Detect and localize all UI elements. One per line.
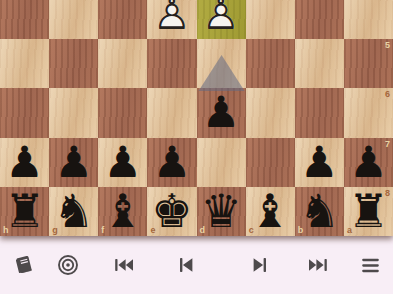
square-d5[interactable]: [197, 39, 246, 88]
square-e4[interactable]: ♟♙: [147, 0, 196, 39]
square-c7[interactable]: [246, 138, 295, 187]
square-e5[interactable]: [147, 39, 196, 88]
step-back-button[interactable]: [166, 243, 206, 287]
square-g7[interactable]: ♟: [49, 138, 98, 187]
square-a4[interactable]: 4: [344, 0, 393, 39]
square-h5[interactable]: [0, 39, 49, 88]
rank-label-4: 4: [385, 0, 390, 1]
square-a8[interactable]: 8a♜: [344, 187, 393, 236]
skip-to-start-icon: [112, 253, 136, 277]
square-g5[interactable]: [49, 39, 98, 88]
black-bishop[interactable]: ♝: [98, 187, 147, 236]
square-f7[interactable]: ♟: [98, 138, 147, 187]
opening-book-button[interactable]: [4, 243, 44, 287]
square-h6[interactable]: [0, 88, 49, 137]
square-f8[interactable]: f♝: [98, 187, 147, 236]
square-g6[interactable]: [49, 88, 98, 137]
square-a7[interactable]: 7♟: [344, 138, 393, 187]
book-icon: [11, 252, 37, 278]
menu-button[interactable]: [350, 243, 390, 287]
move-arrowhead: [197, 39, 246, 94]
rank-label-5: 5: [385, 40, 390, 50]
white-pawn-outline: ♙: [197, 0, 246, 39]
skip-to-end-icon: [306, 253, 330, 277]
square-g8[interactable]: g♞: [49, 187, 98, 236]
black-pawn[interactable]: ♟: [147, 138, 196, 187]
target-button[interactable]: [48, 243, 88, 287]
skip-to-end-button[interactable]: [298, 243, 338, 287]
square-f5[interactable]: [98, 39, 147, 88]
square-e6[interactable]: [147, 88, 196, 137]
black-knight[interactable]: ♞: [49, 187, 98, 236]
menu-icon: [358, 253, 383, 278]
chess-board[interactable]: ♟♙♟♙45♟6♟♟♟♟♟7♟h♜g♞f♝e♚d♛c♝b♞8a♜: [0, 0, 393, 236]
square-d6[interactable]: ♟: [197, 88, 246, 137]
black-knight[interactable]: ♞: [295, 187, 344, 236]
square-h4[interactable]: [0, 0, 49, 39]
black-pawn[interactable]: ♟: [98, 138, 147, 187]
black-bishop[interactable]: ♝: [246, 187, 295, 236]
square-b8[interactable]: b♞: [295, 187, 344, 236]
black-pawn[interactable]: ♟: [295, 138, 344, 187]
square-f6[interactable]: [98, 88, 147, 137]
step-forward-button[interactable]: [240, 243, 280, 287]
square-b5[interactable]: [295, 39, 344, 88]
square-a6[interactable]: 6: [344, 88, 393, 137]
bottom-toolbar: [0, 236, 393, 294]
square-c5[interactable]: [246, 39, 295, 88]
step-forward-icon: [248, 253, 272, 277]
square-g4[interactable]: [49, 0, 98, 39]
square-b7[interactable]: ♟: [295, 138, 344, 187]
square-b6[interactable]: [295, 88, 344, 137]
white-pawn[interactable]: ♟♙: [197, 0, 246, 39]
square-a5[interactable]: 5: [344, 39, 393, 88]
target-icon: [56, 253, 80, 277]
square-d7[interactable]: [197, 138, 246, 187]
black-pawn[interactable]: ♟: [197, 88, 246, 137]
square-c6[interactable]: [246, 88, 295, 137]
black-queen[interactable]: ♛: [197, 187, 246, 236]
square-c8[interactable]: c♝: [246, 187, 295, 236]
square-h8[interactable]: h♜: [0, 187, 49, 236]
board-grid: ♟♙♟♙45♟6♟♟♟♟♟7♟h♜g♞f♝e♚d♛c♝b♞8a♜: [0, 0, 393, 236]
square-d4[interactable]: ♟♙: [197, 0, 246, 39]
square-b4[interactable]: [295, 0, 344, 39]
square-f4[interactable]: [98, 0, 147, 39]
black-pawn[interactable]: ♟: [49, 138, 98, 187]
square-e8[interactable]: e♚: [147, 187, 196, 236]
black-pawn[interactable]: ♟: [0, 138, 49, 187]
white-pawn-outline: ♙: [147, 0, 196, 39]
square-h7[interactable]: ♟: [0, 138, 49, 187]
white-pawn[interactable]: ♟♙: [147, 0, 196, 39]
square-d8[interactable]: d♛: [197, 187, 246, 236]
square-e7[interactable]: ♟: [147, 138, 196, 187]
black-pawn[interactable]: ♟: [344, 138, 393, 187]
black-rook[interactable]: ♜: [0, 187, 49, 236]
step-back-icon: [174, 253, 198, 277]
skip-to-start-button[interactable]: [104, 243, 144, 287]
rank-label-6: 6: [385, 89, 390, 99]
black-king[interactable]: ♚: [147, 187, 196, 236]
black-rook[interactable]: ♜: [344, 187, 393, 236]
square-c4[interactable]: [246, 0, 295, 39]
